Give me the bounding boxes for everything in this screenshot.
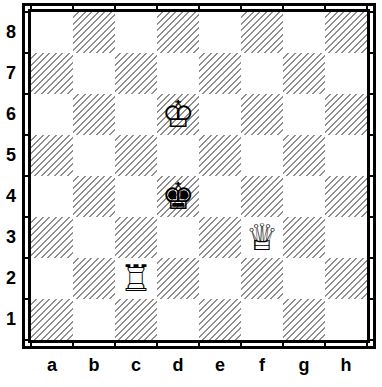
file-label-b: b xyxy=(73,355,115,376)
file-label-f: f xyxy=(241,355,283,376)
file-label-d: d xyxy=(157,355,199,376)
square-f1[interactable] xyxy=(241,299,283,340)
chess-diagram-page: 87654321 ♔♚♕♖ abcdefgh xyxy=(0,0,382,387)
square-g4[interactable] xyxy=(283,176,325,217)
square-h1[interactable] xyxy=(325,299,367,340)
square-d1[interactable] xyxy=(157,299,199,340)
square-c4[interactable] xyxy=(115,176,157,217)
square-e6[interactable] xyxy=(199,94,241,135)
square-b6[interactable] xyxy=(73,94,115,135)
square-c8[interactable] xyxy=(115,12,157,53)
square-f4[interactable] xyxy=(241,176,283,217)
square-g3[interactable] xyxy=(283,217,325,258)
square-a4[interactable] xyxy=(31,176,73,217)
square-h4[interactable] xyxy=(325,176,367,217)
frame-tick-marks-bottom xyxy=(25,343,373,346)
rank-label-5: 5 xyxy=(6,135,16,176)
square-h7[interactable] xyxy=(325,53,367,94)
white-rook-piece[interactable]: ♖ xyxy=(119,260,152,297)
square-h8[interactable] xyxy=(325,12,367,53)
frame-tick-marks-top xyxy=(25,6,373,9)
square-d5[interactable] xyxy=(157,135,199,176)
square-c3[interactable] xyxy=(115,217,157,258)
rank-labels: 87654321 xyxy=(0,3,22,340)
file-label-g: g xyxy=(283,355,325,376)
square-g8[interactable] xyxy=(283,12,325,53)
square-d3[interactable] xyxy=(157,217,199,258)
rank-label-3: 3 xyxy=(6,217,16,258)
square-c7[interactable] xyxy=(115,53,157,94)
rank-label-4: 4 xyxy=(6,176,16,217)
square-h2[interactable] xyxy=(325,258,367,299)
square-b5[interactable] xyxy=(73,135,115,176)
square-h5[interactable] xyxy=(325,135,367,176)
square-g7[interactable] xyxy=(283,53,325,94)
square-a2[interactable] xyxy=(31,258,73,299)
square-f6[interactable] xyxy=(241,94,283,135)
board-inner-frame: ♔♚♕♖ xyxy=(28,9,370,343)
rank-label-7: 7 xyxy=(6,53,16,94)
square-g1[interactable] xyxy=(283,299,325,340)
square-g5[interactable] xyxy=(283,135,325,176)
square-f5[interactable] xyxy=(241,135,283,176)
square-c5[interactable] xyxy=(115,135,157,176)
file-label-h: h xyxy=(325,355,367,376)
rank-label-6: 6 xyxy=(6,94,16,135)
square-a7[interactable] xyxy=(31,53,73,94)
chess-board: ♔♚♕♖ xyxy=(31,12,367,340)
square-f7[interactable] xyxy=(241,53,283,94)
white-queen-piece[interactable]: ♕ xyxy=(245,219,278,256)
square-e7[interactable] xyxy=(199,53,241,94)
square-g6[interactable] xyxy=(283,94,325,135)
square-f2[interactable] xyxy=(241,258,283,299)
square-b8[interactable] xyxy=(73,12,115,53)
file-label-e: e xyxy=(199,355,241,376)
square-b7[interactable] xyxy=(73,53,115,94)
rank-label-2: 2 xyxy=(6,258,16,299)
square-a5[interactable] xyxy=(31,135,73,176)
square-e1[interactable] xyxy=(199,299,241,340)
square-e5[interactable] xyxy=(199,135,241,176)
square-e2[interactable] xyxy=(199,258,241,299)
square-h3[interactable] xyxy=(325,217,367,258)
square-c6[interactable] xyxy=(115,94,157,135)
black-king-piece[interactable]: ♚ xyxy=(161,178,194,215)
file-label-c: c xyxy=(115,355,157,376)
square-d7[interactable] xyxy=(157,53,199,94)
square-d6[interactable]: ♔ xyxy=(157,94,199,135)
square-d4[interactable]: ♚ xyxy=(157,176,199,217)
square-e3[interactable] xyxy=(199,217,241,258)
square-a1[interactable] xyxy=(31,299,73,340)
square-f8[interactable] xyxy=(241,12,283,53)
square-h6[interactable] xyxy=(325,94,367,135)
square-g2[interactable] xyxy=(283,258,325,299)
square-c1[interactable] xyxy=(115,299,157,340)
square-a3[interactable] xyxy=(31,217,73,258)
square-f3[interactable]: ♕ xyxy=(241,217,283,258)
square-b2[interactable] xyxy=(73,258,115,299)
square-a6[interactable] xyxy=(31,94,73,135)
square-b1[interactable] xyxy=(73,299,115,340)
file-labels-spacer xyxy=(0,355,31,376)
square-d2[interactable] xyxy=(157,258,199,299)
frame-tick-marks-left xyxy=(25,6,28,346)
square-b4[interactable] xyxy=(73,176,115,217)
square-d8[interactable] xyxy=(157,12,199,53)
square-c2[interactable]: ♖ xyxy=(115,258,157,299)
square-a8[interactable] xyxy=(31,12,73,53)
square-b3[interactable] xyxy=(73,217,115,258)
rank-label-1: 1 xyxy=(6,299,16,340)
file-labels: abcdefgh xyxy=(31,355,367,376)
white-king-piece[interactable]: ♔ xyxy=(161,96,194,133)
rank-label-8: 8 xyxy=(6,12,16,53)
square-e8[interactable] xyxy=(199,12,241,53)
board-frame: ♔♚♕♖ xyxy=(22,3,376,349)
square-e4[interactable] xyxy=(199,176,241,217)
frame-tick-marks-right xyxy=(370,6,373,346)
file-label-a: a xyxy=(31,355,73,376)
